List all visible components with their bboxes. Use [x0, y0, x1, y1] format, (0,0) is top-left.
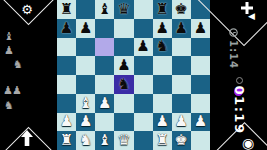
square-b8[interactable] [76, 0, 95, 19]
white-r-piece: ♜ [60, 133, 73, 148]
clock-icon [230, 28, 239, 37]
square-a2[interactable]: ♟ [57, 113, 76, 132]
black-p-piece: ♟ [60, 21, 73, 36]
square-e1[interactable] [134, 131, 153, 150]
white-p-piece: ♟ [175, 114, 188, 129]
square-h7[interactable]: ♟ [191, 19, 210, 38]
black-r-piece: ♜ [155, 2, 168, 17]
square-c6[interactable] [95, 38, 114, 57]
black-k-piece: ♚ [175, 2, 188, 17]
square-d7[interactable] [114, 19, 133, 38]
up-arrow-icon[interactable] [21, 130, 33, 146]
square-h3[interactable] [191, 94, 210, 113]
square-g6[interactable] [172, 38, 191, 57]
gear-icon[interactable]: ⚙ [21, 3, 33, 16]
square-h6[interactable] [191, 38, 210, 57]
square-c7[interactable] [95, 19, 114, 38]
square-f8[interactable]: ♜ [153, 0, 172, 19]
square-f3[interactable] [153, 94, 172, 113]
undo-arrow-icon[interactable]: ◀ [248, 12, 255, 21]
top-player-time: 1:14 [229, 40, 240, 69]
square-f2[interactable]: ♟ [153, 113, 172, 132]
white-p-piece: ♟ [194, 114, 207, 129]
chess-board: ♜♝♛♜♚♟♟♟♟♟♟♞♟♞♝♟♟♟♟♟♟♜♞♝♛♜♚ [57, 0, 210, 150]
square-e8[interactable] [134, 0, 153, 19]
record-icon[interactable]: ◉ [242, 136, 254, 150]
white-p-piece: ♟ [60, 114, 73, 129]
square-c8[interactable]: ♝ [95, 0, 114, 19]
black-p-piece: ♟ [155, 21, 168, 36]
top-player-clock: 1:14 [228, 28, 240, 72]
white-n-piece: ♞ [79, 133, 92, 148]
white-p-piece: ♟ [155, 114, 168, 129]
square-b1[interactable]: ♞ [76, 131, 95, 150]
square-b2[interactable]: ♟ [76, 113, 95, 132]
captured-bishop-icon: ♝ [4, 31, 14, 42]
square-f4[interactable] [153, 75, 172, 94]
black-p-piece: ♟ [79, 21, 92, 36]
square-b5[interactable] [76, 56, 95, 75]
black-q-piece: ♛ [117, 2, 130, 17]
square-a1[interactable]: ♜ [57, 131, 76, 150]
square-c2[interactable] [95, 113, 114, 132]
square-h1[interactable] [191, 131, 210, 150]
black-r-piece: ♜ [60, 2, 73, 17]
square-f6[interactable]: ♞ [153, 38, 172, 57]
square-d8[interactable]: ♛ [114, 0, 133, 19]
captured-pawn-icon: ♟ [4, 45, 14, 56]
square-a6[interactable] [57, 38, 76, 57]
square-e3[interactable] [134, 94, 153, 113]
square-g2[interactable]: ♟ [172, 113, 191, 132]
white-q-piece: ♛ [117, 133, 130, 148]
inactive-turn-dot [236, 77, 243, 84]
square-h5[interactable] [191, 56, 210, 75]
square-e2[interactable] [134, 113, 153, 132]
square-g7[interactable]: ♟ [172, 19, 191, 38]
captured-pawn-icon: ♟ [12, 85, 22, 96]
black-b-piece: ♝ [98, 2, 111, 17]
square-g3[interactable] [172, 94, 191, 113]
black-p-piece: ♟ [175, 21, 188, 36]
square-h4[interactable] [191, 75, 210, 94]
square-d2[interactable] [114, 113, 133, 132]
chess-app-screen: ♜♝♛♜♚♟♟♟♟♟♟♞♟♞♝♟♟♟♟♟♟♜♞♝♛♜♚ ⚙ ◀ ◉ 1:14 0… [0, 0, 267, 150]
black-n-piece: ♞ [155, 39, 168, 54]
square-c3[interactable]: ♟ [95, 94, 114, 113]
square-a5[interactable] [57, 56, 76, 75]
square-b7[interactable]: ♟ [76, 19, 95, 38]
square-c4[interactable] [95, 75, 114, 94]
white-b-piece: ♝ [98, 133, 111, 148]
square-c1[interactable]: ♝ [95, 131, 114, 150]
square-b3[interactable]: ♝ [76, 94, 95, 113]
black-p-piece: ♟ [136, 39, 149, 54]
bottom-player-clock: 01:19 [233, 85, 247, 135]
square-g1[interactable]: ♚ [172, 131, 191, 150]
square-d1[interactable]: ♛ [114, 131, 133, 150]
square-a8[interactable]: ♜ [57, 0, 76, 19]
square-d6[interactable] [114, 38, 133, 57]
captured-knight-icon: ♞ [4, 100, 14, 111]
square-f7[interactable]: ♟ [153, 19, 172, 38]
square-e4[interactable] [134, 75, 153, 94]
black-n-piece: ♞ [117, 77, 130, 92]
square-f1[interactable]: ♜ [153, 131, 172, 150]
square-c5[interactable] [95, 56, 114, 75]
square-a4[interactable] [57, 75, 76, 94]
square-d5[interactable]: ♟ [114, 56, 133, 75]
square-g4[interactable] [172, 75, 191, 94]
square-e5[interactable] [134, 56, 153, 75]
square-f5[interactable] [153, 56, 172, 75]
square-e6[interactable]: ♟ [134, 38, 153, 57]
white-b-piece: ♝ [79, 96, 92, 111]
square-a7[interactable]: ♟ [57, 19, 76, 38]
square-d4[interactable]: ♞ [114, 75, 133, 94]
square-e7[interactable] [134, 19, 153, 38]
white-p-piece: ♟ [98, 96, 111, 111]
square-h2[interactable]: ♟ [191, 113, 210, 132]
captured-knight-icon: ♞ [13, 59, 23, 70]
black-p-piece: ♟ [117, 58, 130, 73]
white-r-piece: ♜ [155, 133, 168, 148]
square-b6[interactable] [76, 38, 95, 57]
square-b4[interactable] [76, 75, 95, 94]
square-a3[interactable] [57, 94, 76, 113]
white-p-piece: ♟ [79, 114, 92, 129]
square-g5[interactable] [172, 56, 191, 75]
bottom-player-time: 01:19 [233, 86, 248, 135]
square-g8[interactable]: ♚ [172, 0, 191, 19]
white-k-piece: ♚ [175, 133, 188, 148]
square-d3[interactable] [114, 94, 133, 113]
black-p-piece: ♟ [194, 21, 207, 36]
